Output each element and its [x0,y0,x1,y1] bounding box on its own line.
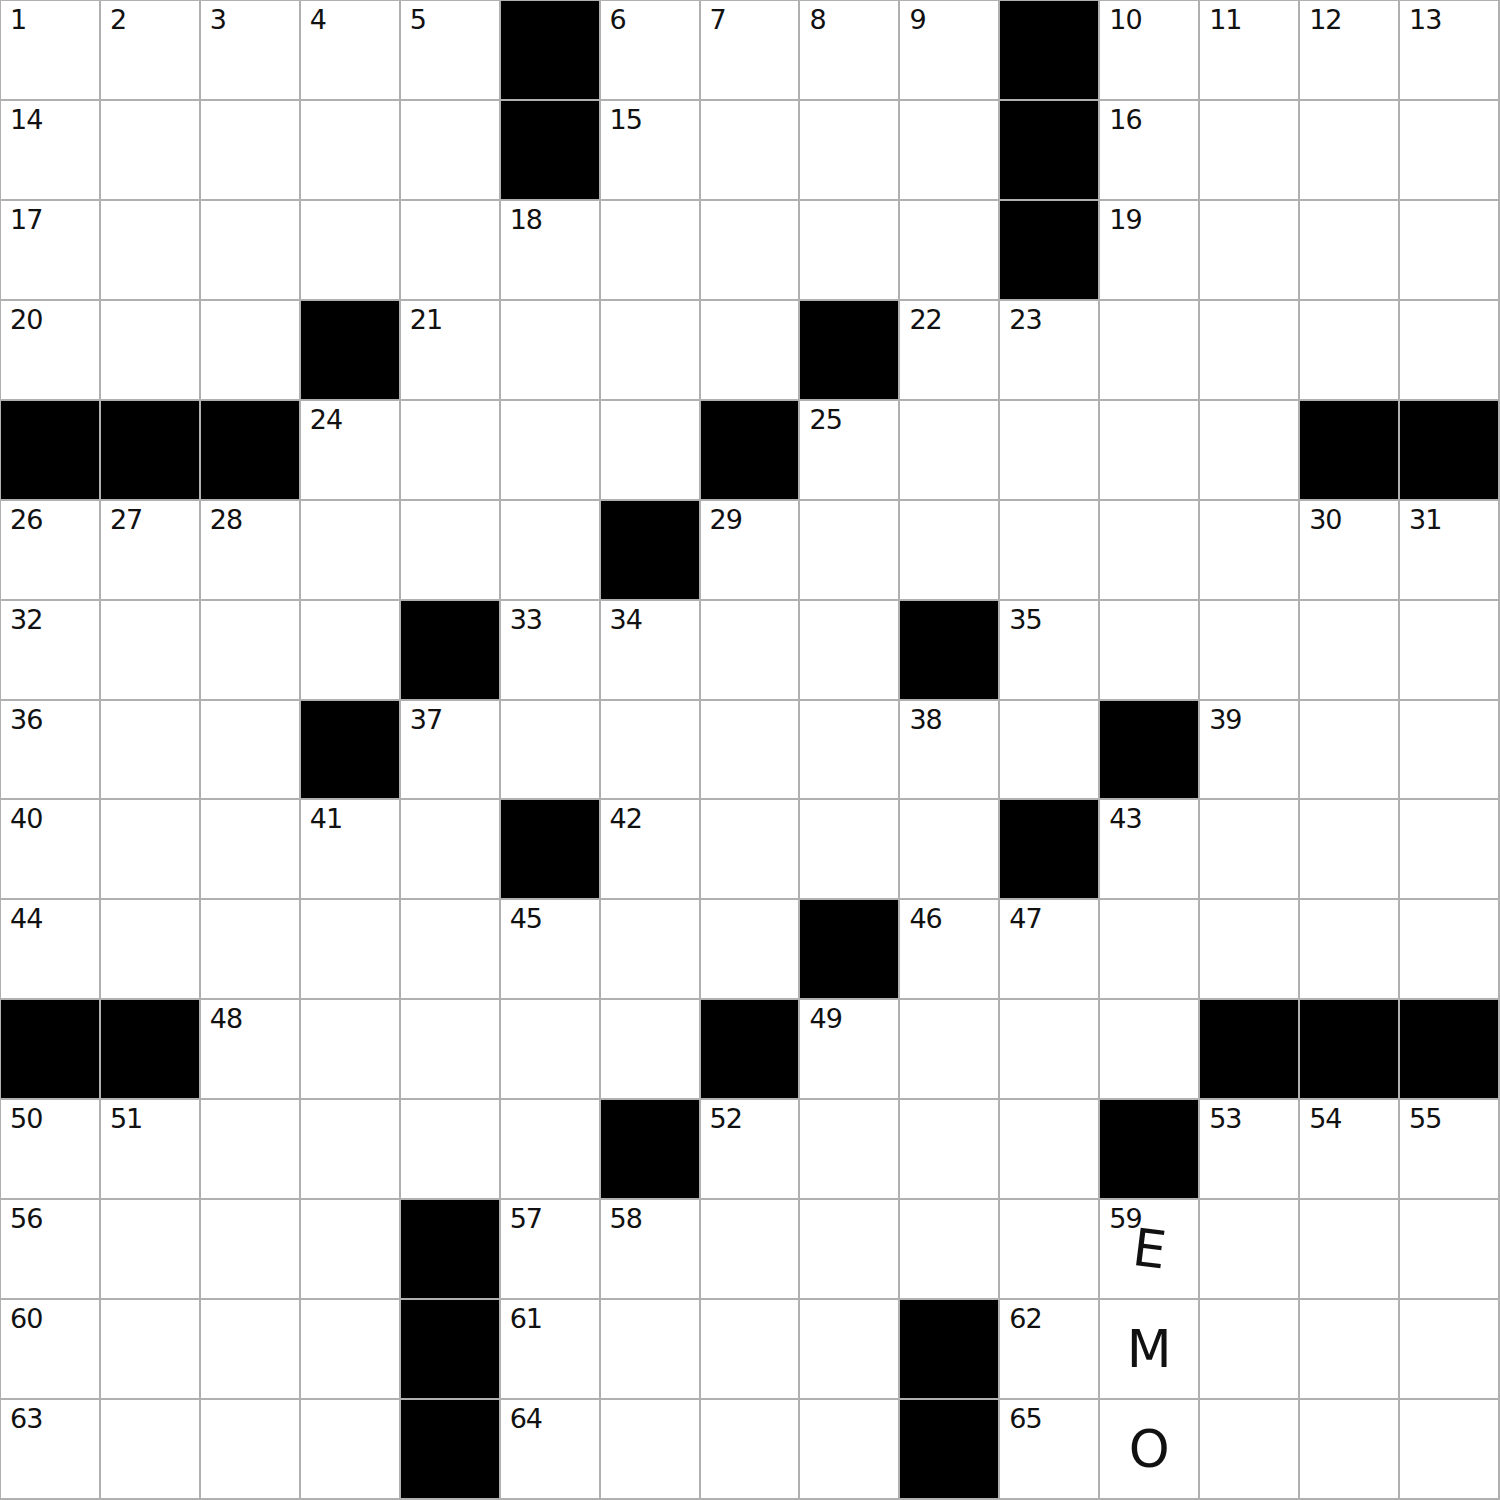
cell-r15c4[interactable] [301,1400,401,1500]
cell-r2c12[interactable]: 16 [1100,101,1200,201]
cell-r1c5[interactable]: 5 [401,1,501,101]
black-cell-r5c2 [101,401,201,501]
cell-r1c15[interactable]: 13 [1400,1,1500,101]
cell-r7c2[interactable] [101,601,201,701]
cell-r2c4[interactable] [301,101,401,201]
cell-r1c13[interactable]: 11 [1200,1,1300,101]
cell-r8c13[interactable]: 39 [1200,701,1300,801]
cell-r15c8[interactable] [701,1400,801,1500]
cell-r8c5[interactable]: 37 [401,701,501,801]
clue-number: 49 [809,1005,841,1032]
cell-r10c13[interactable] [1200,900,1300,1000]
clue-number: 33 [510,606,542,633]
cell-r9c1[interactable]: 40 [1,800,101,900]
cell-r8c9[interactable] [800,701,900,801]
cell-r13c12[interactable]: 59E [1100,1200,1200,1300]
black-cell-r2c11 [1000,101,1100,201]
cell-r9c9[interactable] [800,800,900,900]
cell-r7c15[interactable] [1400,601,1500,701]
cell-r2c5[interactable] [401,101,501,201]
black-cell-r8c4 [301,701,401,801]
cell-r7c3[interactable] [201,601,301,701]
black-cell-r11c1 [1,1000,101,1100]
cell-r14c3[interactable] [201,1300,301,1400]
cell-r6c1[interactable]: 26 [1,501,101,601]
cell-r13c10[interactable] [900,1200,1000,1300]
cell-r6c12[interactable] [1100,501,1200,601]
black-cell-r11c15 [1400,1000,1500,1100]
cell-r8c8[interactable] [701,701,801,801]
cell-r9c8[interactable] [701,800,801,900]
cell-r11c5[interactable] [401,1000,501,1100]
cell-r10c6[interactable]: 45 [501,900,601,1000]
black-cell-r4c9 [800,301,900,401]
cell-r3c8[interactable] [701,201,801,301]
cell-r6c11[interactable] [1000,501,1100,601]
cell-r5c6[interactable] [501,401,601,501]
cell-r7c9[interactable] [800,601,900,701]
cell-r9c3[interactable] [201,800,301,900]
cell-r13c8[interactable] [701,1200,801,1300]
clue-number: 34 [610,606,642,633]
cell-r8c1[interactable]: 36 [1,701,101,801]
crossword-grid: 1234567891011121314151617181920212223242… [0,0,1500,1500]
cell-r10c12[interactable] [1100,900,1200,1000]
cell-r15c2[interactable] [101,1400,201,1500]
fill-letter: O [1129,1423,1170,1475]
clue-number: 45 [510,905,542,932]
cell-r15c12[interactable]: O [1100,1400,1200,1500]
clue-number: 2 [110,6,126,33]
clue-number: 62 [1009,1305,1041,1332]
cell-r5c11[interactable] [1000,401,1100,501]
cell-r6c4[interactable] [301,501,401,601]
cell-r14c6[interactable]: 61 [501,1300,601,1400]
clue-number: 38 [909,706,941,733]
cell-r2c7[interactable]: 15 [601,101,701,201]
cell-r13c3[interactable] [201,1200,301,1300]
cell-r2c8[interactable] [701,101,801,201]
clue-number: 57 [510,1205,542,1232]
clue-number: 1 [10,6,26,33]
cell-r14c15[interactable] [1400,1300,1500,1400]
clue-number: 43 [1109,805,1141,832]
cell-r4c7[interactable] [601,301,701,401]
clue-number: 18 [510,206,542,233]
cell-r6c2[interactable]: 27 [101,501,201,601]
cell-r9c15[interactable] [1400,800,1500,900]
black-cell-r11c2 [101,1000,201,1100]
black-cell-r9c11 [1000,800,1100,900]
cell-r10c3[interactable] [201,900,301,1000]
cell-r10c2[interactable] [101,900,201,1000]
cell-r5c12[interactable] [1100,401,1200,501]
cell-r3c14[interactable] [1300,201,1400,301]
clue-number: 5 [410,6,426,33]
clue-number: 39 [1209,706,1241,733]
cell-r1c8[interactable]: 7 [701,1,801,101]
cell-r9c14[interactable] [1300,800,1400,900]
cell-r9c13[interactable] [1200,800,1300,900]
clue-number: 50 [10,1105,42,1132]
clue-number: 15 [610,106,642,133]
clue-number: 60 [10,1305,42,1332]
cell-r2c2[interactable] [101,101,201,201]
cell-r5c4[interactable]: 24 [301,401,401,501]
cell-r14c12[interactable]: M [1100,1300,1200,1400]
clue-number: 4 [310,6,326,33]
clue-number: 42 [610,805,642,832]
cell-r11c7[interactable] [601,1000,701,1100]
cell-r3c10[interactable] [900,201,1000,301]
cell-r5c7[interactable] [601,401,701,501]
clue-number: 22 [909,306,941,333]
cell-r3c6[interactable]: 18 [501,201,601,301]
clue-number: 25 [809,406,841,433]
cell-r13c13[interactable] [1200,1200,1300,1300]
black-cell-r11c8 [701,1000,801,1100]
cell-r12c1[interactable]: 50 [1,1100,101,1200]
black-cell-r11c13 [1200,1000,1300,1100]
cell-r3c3[interactable] [201,201,301,301]
cell-r4c10[interactable]: 22 [900,301,1000,401]
cell-r6c13[interactable] [1200,501,1300,601]
cell-r1c7[interactable]: 6 [601,1,701,101]
cell-r1c2[interactable]: 2 [101,1,201,101]
cell-r3c13[interactable] [1200,201,1300,301]
cell-r9c10[interactable] [900,800,1000,900]
cell-r8c11[interactable] [1000,701,1100,801]
black-cell-r6c7 [601,501,701,601]
black-cell-r13c5 [401,1200,501,1300]
cell-r12c4[interactable] [301,1100,401,1200]
cell-r6c5[interactable] [401,501,501,601]
cell-r13c2[interactable] [101,1200,201,1300]
cell-r6c15[interactable]: 31 [1400,501,1500,601]
cell-r10c7[interactable] [601,900,701,1000]
cell-r9c12[interactable]: 43 [1100,800,1200,900]
cell-r7c6[interactable]: 33 [501,601,601,701]
cell-r7c11[interactable]: 35 [1000,601,1100,701]
cell-r1c9[interactable]: 8 [800,1,900,101]
black-cell-r12c7 [601,1100,701,1200]
cell-r10c4[interactable] [301,900,401,1000]
cell-r7c12[interactable] [1100,601,1200,701]
cell-r2c3[interactable] [201,101,301,201]
cell-r5c9[interactable]: 25 [800,401,900,501]
black-cell-r5c8 [701,401,801,501]
clue-number: 41 [310,805,342,832]
black-cell-r5c1 [1,401,101,501]
black-cell-r12c12 [1100,1100,1200,1200]
cell-r4c15[interactable] [1400,301,1500,401]
cell-r6c9[interactable] [800,501,900,601]
cell-r8c10[interactable]: 38 [900,701,1000,801]
clue-number: 32 [10,606,42,633]
cell-r9c7[interactable]: 42 [601,800,701,900]
cell-r3c9[interactable] [800,201,900,301]
cell-r1c12[interactable]: 10 [1100,1,1200,101]
black-cell-r15c10 [900,1400,1000,1500]
cell-r15c6[interactable]: 64 [501,1400,601,1500]
cell-r9c5[interactable] [401,800,501,900]
cell-r6c6[interactable] [501,501,601,601]
cell-r14c14[interactable] [1300,1300,1400,1400]
cell-r4c13[interactable] [1200,301,1300,401]
cell-r14c2[interactable] [101,1300,201,1400]
cell-r14c1[interactable]: 60 [1,1300,101,1400]
cell-r8c3[interactable] [201,701,301,801]
cell-r14c9[interactable] [800,1300,900,1400]
cell-r3c4[interactable] [301,201,401,301]
cell-r15c11[interactable]: 65 [1000,1400,1100,1500]
cell-r6c14[interactable]: 30 [1300,501,1400,601]
cell-r10c14[interactable] [1300,900,1400,1000]
cell-r13c11[interactable] [1000,1200,1100,1300]
clue-number: 64 [510,1405,542,1432]
cell-r11c4[interactable] [301,1000,401,1100]
clue-number: 10 [1109,6,1141,33]
cell-r2c14[interactable] [1300,101,1400,201]
cell-r14c4[interactable] [301,1300,401,1400]
cell-r11c12[interactable] [1100,1000,1200,1100]
cell-r11c9[interactable]: 49 [800,1000,900,1100]
clue-number: 27 [110,506,142,533]
cell-r13c7[interactable]: 58 [601,1200,701,1300]
cell-r3c12[interactable]: 19 [1100,201,1200,301]
cell-r15c13[interactable] [1200,1400,1300,1500]
cell-r5c10[interactable] [900,401,1000,501]
fill-letter: M [1127,1323,1172,1375]
clue-number: 16 [1109,106,1141,133]
cell-r7c14[interactable] [1300,601,1400,701]
cell-r1c4[interactable]: 4 [301,1,401,101]
cell-r7c4[interactable] [301,601,401,701]
cell-r2c13[interactable] [1200,101,1300,201]
cell-r4c1[interactable]: 20 [1,301,101,401]
cell-r11c3[interactable]: 48 [201,1000,301,1100]
clue-number: 28 [210,506,242,533]
clue-number: 19 [1109,206,1141,233]
cell-r15c9[interactable] [800,1400,900,1500]
black-cell-r4c4 [301,301,401,401]
cell-r11c10[interactable] [900,1000,1000,1100]
black-cell-r1c6 [501,1,601,101]
cell-r5c13[interactable] [1200,401,1300,501]
clue-number: 59 [1109,1205,1141,1232]
clue-number: 26 [10,506,42,533]
cell-r4c5[interactable]: 21 [401,301,501,401]
cell-r3c1[interactable]: 17 [1,201,101,301]
black-cell-r1c11 [1000,1,1100,101]
cell-r8c7[interactable] [601,701,701,801]
cell-r8c14[interactable] [1300,701,1400,801]
cell-r2c15[interactable] [1400,101,1500,201]
clue-number: 21 [410,306,442,333]
clue-number: 9 [909,6,925,33]
cell-r13c1[interactable]: 56 [1,1200,101,1300]
cell-r12c2[interactable]: 51 [101,1100,201,1200]
clue-number: 3 [210,6,226,33]
clue-number: 13 [1409,6,1441,33]
cell-r15c3[interactable] [201,1400,301,1500]
cell-r12c11[interactable] [1000,1100,1100,1200]
clue-number: 47 [1009,905,1041,932]
clue-number: 8 [809,6,825,33]
black-cell-r5c3 [201,401,301,501]
black-cell-r14c5 [401,1300,501,1400]
cell-r10c15[interactable] [1400,900,1500,1000]
cell-r1c10[interactable]: 9 [900,1,1000,101]
black-cell-r5c14 [1300,401,1400,501]
cell-r2c10[interactable] [900,101,1000,201]
cell-r7c8[interactable] [701,601,801,701]
clue-number: 48 [210,1005,242,1032]
black-cell-r11c14 [1300,1000,1400,1100]
cell-r1c1[interactable]: 1 [1,1,101,101]
clue-number: 31 [1409,506,1441,533]
cell-r7c13[interactable] [1200,601,1300,701]
cell-r12c15[interactable]: 55 [1400,1100,1500,1200]
cell-r8c15[interactable] [1400,701,1500,801]
cell-r12c6[interactable] [501,1100,601,1200]
cell-r11c6[interactable] [501,1000,601,1100]
cell-r11c11[interactable] [1000,1000,1100,1100]
black-cell-r3c11 [1000,201,1100,301]
cell-r13c6[interactable]: 57 [501,1200,601,1300]
cell-r12c14[interactable]: 54 [1300,1100,1400,1200]
cell-r9c2[interactable] [101,800,201,900]
cell-r14c8[interactable] [701,1300,801,1400]
clue-number: 11 [1209,6,1241,33]
cell-r4c3[interactable] [201,301,301,401]
clue-number: 23 [1009,306,1041,333]
clue-number: 12 [1309,6,1341,33]
cell-r10c10[interactable]: 46 [900,900,1000,1000]
cell-r6c3[interactable]: 28 [201,501,301,601]
cell-r14c7[interactable] [601,1300,701,1400]
black-cell-r9c6 [501,800,601,900]
black-cell-r15c5 [401,1400,501,1500]
cell-r15c14[interactable] [1300,1400,1400,1500]
cell-r7c7[interactable]: 34 [601,601,701,701]
clue-number: 20 [10,306,42,333]
cell-r12c5[interactable] [401,1100,501,1200]
clue-number: 30 [1309,506,1341,533]
cell-r5c5[interactable] [401,401,501,501]
cell-r7c1[interactable]: 32 [1,601,101,701]
cell-r13c14[interactable] [1300,1200,1400,1300]
clue-number: 7 [710,6,726,33]
cell-r6c10[interactable] [900,501,1000,601]
clue-number: 56 [10,1205,42,1232]
clue-number: 40 [10,805,42,832]
cell-r6c8[interactable]: 29 [701,501,801,601]
cell-r4c12[interactable] [1100,301,1200,401]
cell-r10c8[interactable] [701,900,801,1000]
cell-r4c8[interactable] [701,301,801,401]
cell-r3c5[interactable] [401,201,501,301]
cell-r1c14[interactable]: 12 [1300,1,1400,101]
clue-number: 37 [410,706,442,733]
cell-r10c5[interactable] [401,900,501,1000]
cell-r10c11[interactable]: 47 [1000,900,1100,1000]
clue-number: 36 [10,706,42,733]
cell-r13c9[interactable] [800,1200,900,1300]
clue-number: 29 [710,506,742,533]
cell-r14c11[interactable]: 62 [1000,1300,1100,1400]
cell-r13c4[interactable] [301,1200,401,1300]
cell-r15c15[interactable] [1400,1400,1500,1500]
cell-r14c13[interactable] [1200,1300,1300,1400]
cell-r3c7[interactable] [601,201,701,301]
cell-r1c3[interactable]: 3 [201,1,301,101]
clue-number: 52 [710,1105,742,1132]
clue-number: 55 [1409,1105,1441,1132]
fill-letter: E [1130,1221,1169,1277]
cell-r10c1[interactable]: 44 [1,900,101,1000]
cell-r12c13[interactable]: 53 [1200,1100,1300,1200]
clue-number: 44 [10,905,42,932]
cell-r3c15[interactable] [1400,201,1500,301]
cell-r2c9[interactable] [800,101,900,201]
clue-number: 63 [10,1405,42,1432]
clue-number: 65 [1009,1405,1041,1432]
cell-r4c11[interactable]: 23 [1000,301,1100,401]
clue-number: 17 [10,206,42,233]
cell-r12c3[interactable] [201,1100,301,1200]
cell-r15c1[interactable]: 63 [1,1400,101,1500]
cell-r3c2[interactable] [101,201,201,301]
clue-number: 46 [909,905,941,932]
clue-number: 51 [110,1105,142,1132]
cell-r12c8[interactable]: 52 [701,1100,801,1200]
black-cell-r2c6 [501,101,601,201]
cell-r8c2[interactable] [101,701,201,801]
cell-r13c15[interactable] [1400,1200,1500,1300]
black-cell-r7c10 [900,601,1000,701]
black-cell-r7c5 [401,601,501,701]
cell-r12c9[interactable] [800,1100,900,1200]
clue-number: 54 [1309,1105,1341,1132]
clue-number: 58 [610,1205,642,1232]
cell-r4c14[interactable] [1300,301,1400,401]
clue-number: 61 [510,1305,542,1332]
clue-number: 24 [310,406,342,433]
cell-r9c4[interactable]: 41 [301,800,401,900]
clue-number: 53 [1209,1105,1241,1132]
black-cell-r8c12 [1100,701,1200,801]
clue-number: 6 [610,6,626,33]
cell-r4c6[interactable] [501,301,601,401]
cell-r2c1[interactable]: 14 [1,101,101,201]
black-cell-r14c10 [900,1300,1000,1400]
clue-number: 35 [1009,606,1041,633]
clue-number: 14 [10,106,42,133]
cell-r15c7[interactable] [601,1400,701,1500]
cell-r4c2[interactable] [101,301,201,401]
cell-r8c6[interactable] [501,701,601,801]
black-cell-r10c9 [800,900,900,1000]
cell-r12c10[interactable] [900,1100,1000,1200]
black-cell-r5c15 [1400,401,1500,501]
